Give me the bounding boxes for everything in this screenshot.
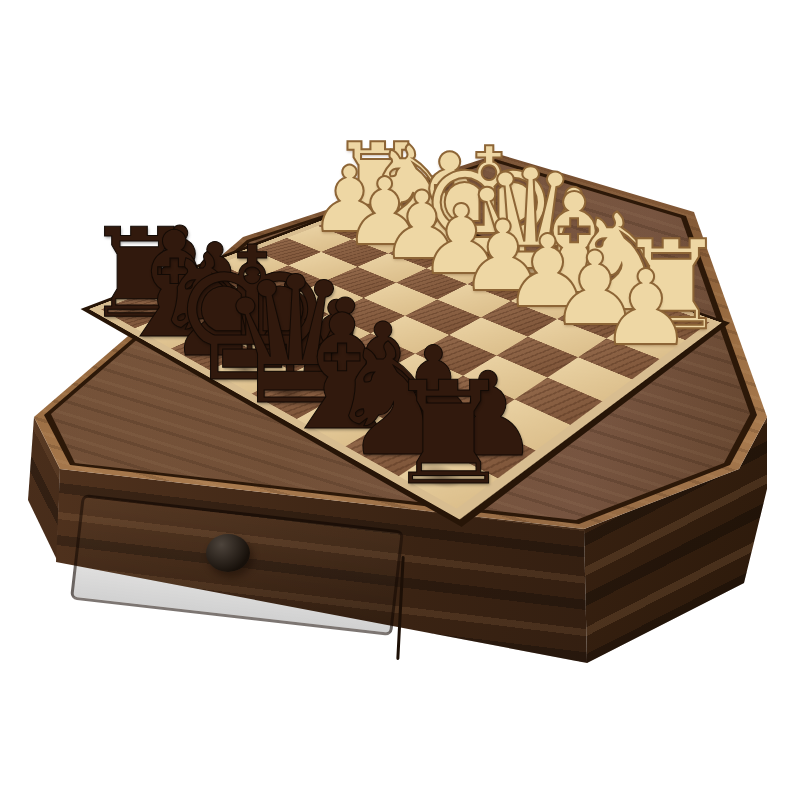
chess-set-photo: ♜♞♝♚♛♝♞♜♟♟♟♟♟♟♟♟♟♟♟♟♟♟♟♟♜♝♞♚♛♝♞♜ — [0, 0, 800, 800]
drawer-knob — [206, 534, 250, 572]
